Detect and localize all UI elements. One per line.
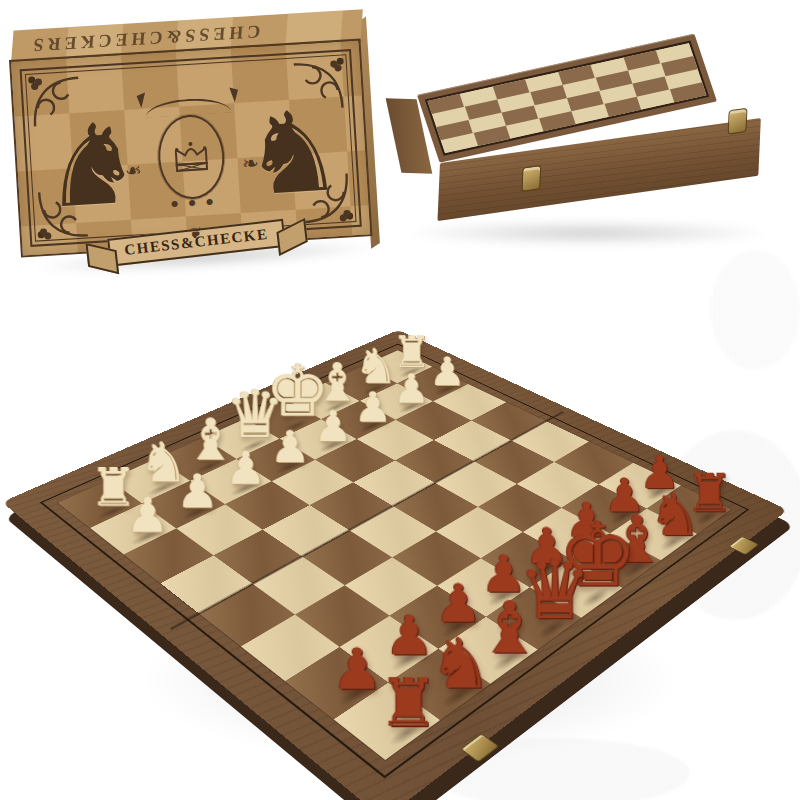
square: ♝ [287,383,360,419]
square: ♛ [202,418,279,458]
crown-crest: ❧ ❧ ● ● ● [122,87,259,211]
square: ♟ [279,419,356,460]
gift-box: CHESS&CHECKERS [7,9,373,263]
square [396,401,471,440]
piece-shadow [356,418,388,434]
piece-white-pawn: ♟ [225,446,265,491]
flag-icon [226,87,238,102]
square [435,461,517,507]
folded-board-case [362,24,794,242]
piece-white-rook: ♜ [392,330,431,373]
square [433,384,506,421]
piece-white-bishop: ♝ [314,356,361,409]
piece-red-pawn: ♟ [331,640,382,697]
crown-icon [169,139,213,176]
leaf-sprig-icon: ❧ [124,158,142,183]
piece-shadow [432,382,461,396]
square [474,441,554,484]
brass-latch [728,108,748,135]
square [225,481,309,529]
square [471,402,546,441]
square: ♟ [321,401,396,439]
box-front-panel: ♞ ♞ ❧ ❧ ● ● ● CHESS&CHE [9,38,372,257]
square [511,421,588,462]
piece-white-pawn: ♟ [314,405,352,448]
crest-arc [145,96,232,117]
crest-dots: ● ● ● [129,195,259,211]
fabric-texture [710,250,800,370]
piece-shadow [272,458,306,476]
square: ♟ [397,367,468,402]
square [356,420,433,461]
piece-white-king: ♚ [265,356,329,427]
square [315,439,394,482]
flag-icon [137,93,150,108]
piece-shadow [315,437,348,454]
board-grid: ♜♞♝♛♚♝♞♜♟♟♟♟♟♟♟♟♟♟♟♟♟♟♟♟♜♞♝♛♚♝♞♜ [58,350,731,760]
piece-white-pawn: ♟ [430,352,465,391]
square: ♟ [360,383,433,420]
piece-white-knight: ♞ [354,342,397,390]
product-photo: { "scene": { "description": "Product pho… [0,0,800,800]
crest-drape [122,87,253,117]
piece-white-pawn: ♟ [126,491,169,539]
open-chess-board: ♜♞♝♛♚♝♞♜♟♟♟♟♟♟♟♟♟♟♟♟♟♟♟♟♜♞♝♛♚♝♞♜ [115,228,671,784]
piece-shadow [321,399,352,414]
piece-shadow [395,400,425,415]
piece-red-pawn: ♟ [385,607,434,662]
piece-white-bishop: ♝ [185,411,236,468]
square: ♜ [362,350,432,383]
piece-white-pawn: ♟ [177,468,219,514]
piece-shadow [280,417,312,433]
piece-shadow [227,479,263,498]
piece-white-pawn: ♟ [393,368,429,408]
square: ♟ [236,439,315,482]
board-frame: ♜♞♝♛♚♝♞♜♟♟♟♟♟♟♟♟♟♟♟♟♟♟♟♟♜♞♝♛♚♝♞♜ [2,330,788,800]
square: ♚ [246,400,321,438]
piece-white-queen: ♛ [226,381,285,447]
piece-shadow [237,437,271,454]
leaf-sprig-icon: ❧ [241,151,259,176]
square [394,440,473,483]
square [271,460,353,505]
piece-white-pawn: ♟ [271,425,310,469]
piece-white-pawn: ♟ [355,386,392,428]
piece-shadow [396,365,425,379]
brass-latch [521,165,541,192]
square [353,460,435,506]
piece-red-pawn: ♟ [434,577,482,630]
piece-red-rook: ♜ [379,669,439,736]
crest-cartouche [156,113,227,201]
square [434,420,511,461]
piece-shadow [359,382,389,396]
square: ♞ [325,366,396,401]
